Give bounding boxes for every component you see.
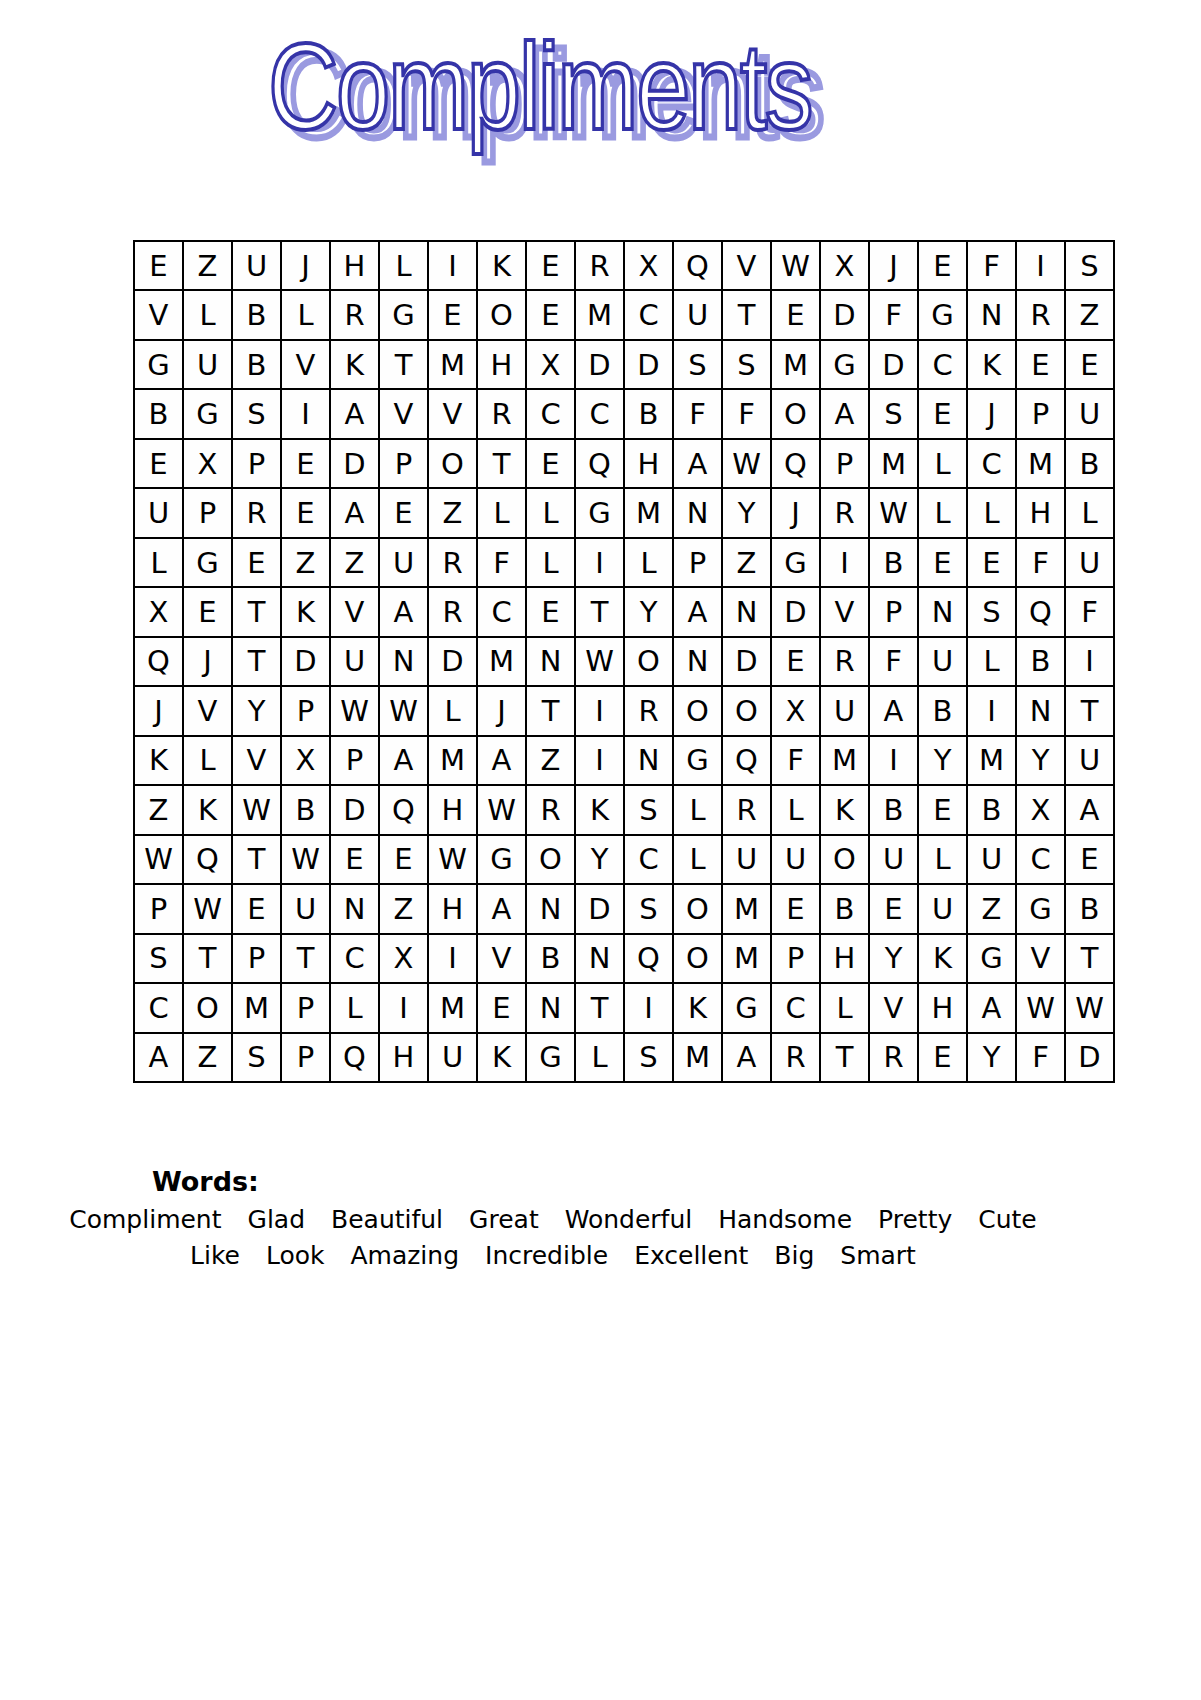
grid-cell[interactable]: B <box>1066 885 1113 932</box>
grid-cell[interactable]: B <box>135 390 182 437</box>
grid-cell[interactable]: I <box>429 242 476 289</box>
grid-cell[interactable]: W <box>870 489 917 536</box>
grid-cell[interactable]: E <box>919 390 966 437</box>
grid-cell[interactable]: W <box>233 786 280 833</box>
grid-cell[interactable]: Z <box>968 885 1015 932</box>
grid-cell[interactable]: S <box>625 1034 672 1081</box>
grid-cell[interactable]: X <box>282 737 329 784</box>
grid-cell[interactable]: K <box>478 1034 525 1081</box>
grid-cell[interactable]: I <box>576 539 623 586</box>
grid-cell[interactable]: I <box>968 687 1015 734</box>
grid-cell[interactable]: E <box>527 440 574 487</box>
grid-cell[interactable]: U <box>674 291 721 338</box>
grid-cell[interactable]: U <box>870 836 917 883</box>
grid-cell[interactable]: E <box>135 440 182 487</box>
grid-cell[interactable]: C <box>625 291 672 338</box>
grid-cell[interactable]: W <box>723 440 770 487</box>
grid-cell[interactable]: P <box>233 440 280 487</box>
grid-cell[interactable]: N <box>919 588 966 635</box>
grid-cell[interactable]: M <box>821 737 868 784</box>
grid-cell[interactable]: D <box>821 291 868 338</box>
grid-cell[interactable]: G <box>380 291 427 338</box>
grid-cell[interactable]: A <box>723 1034 770 1081</box>
grid-cell[interactable]: V <box>870 984 917 1031</box>
grid-cell[interactable]: C <box>625 836 672 883</box>
grid-cell[interactable]: V <box>1017 935 1064 982</box>
grid-cell[interactable]: Z <box>429 489 476 536</box>
grid-cell[interactable]: R <box>821 638 868 685</box>
grid-cell[interactable]: V <box>282 341 329 388</box>
grid-cell[interactable]: D <box>625 341 672 388</box>
grid-cell[interactable]: N <box>527 638 574 685</box>
grid-cell[interactable]: V <box>429 390 476 437</box>
grid-cell[interactable]: Z <box>282 539 329 586</box>
grid-cell[interactable]: G <box>674 737 721 784</box>
grid-cell[interactable]: X <box>527 341 574 388</box>
grid-cell[interactable]: F <box>1066 588 1113 635</box>
grid-cell[interactable]: Y <box>723 489 770 536</box>
grid-cell[interactable]: P <box>380 440 427 487</box>
grid-cell[interactable]: X <box>821 242 868 289</box>
grid-cell[interactable]: T <box>723 291 770 338</box>
grid-cell[interactable]: R <box>1017 291 1064 338</box>
grid-cell[interactable]: D <box>282 638 329 685</box>
grid-cell[interactable]: A <box>380 737 427 784</box>
grid-cell[interactable]: O <box>723 687 770 734</box>
grid-cell[interactable]: T <box>380 341 427 388</box>
grid-cell[interactable]: A <box>1066 786 1113 833</box>
grid-cell[interactable]: Y <box>919 737 966 784</box>
grid-cell[interactable]: B <box>1066 440 1113 487</box>
grid-cell[interactable]: Z <box>723 539 770 586</box>
grid-cell[interactable]: E <box>1017 341 1064 388</box>
grid-cell[interactable]: L <box>184 737 231 784</box>
grid-cell[interactable]: S <box>625 885 672 932</box>
grid-cell[interactable]: K <box>478 242 525 289</box>
grid-cell[interactable]: V <box>331 588 378 635</box>
grid-cell[interactable]: R <box>233 489 280 536</box>
grid-cell[interactable]: I <box>1066 638 1113 685</box>
grid-cell[interactable]: N <box>527 885 574 932</box>
grid-cell[interactable]: I <box>576 737 623 784</box>
grid-cell[interactable]: M <box>478 638 525 685</box>
grid-cell[interactable]: X <box>625 242 672 289</box>
grid-cell[interactable]: G <box>576 489 623 536</box>
grid-cell[interactable]: P <box>674 539 721 586</box>
grid-cell[interactable]: N <box>968 291 1015 338</box>
grid-cell[interactable]: N <box>576 935 623 982</box>
grid-cell[interactable]: K <box>674 984 721 1031</box>
grid-cell[interactable]: E <box>1066 341 1113 388</box>
grid-cell[interactable]: T <box>821 1034 868 1081</box>
grid-cell[interactable]: B <box>968 786 1015 833</box>
grid-cell[interactable]: A <box>331 489 378 536</box>
grid-cell[interactable]: R <box>331 291 378 338</box>
grid-cell[interactable]: O <box>821 836 868 883</box>
grid-cell[interactable]: Z <box>527 737 574 784</box>
grid-cell[interactable]: Q <box>184 836 231 883</box>
grid-cell[interactable]: K <box>184 786 231 833</box>
grid-cell[interactable]: Z <box>331 539 378 586</box>
grid-cell[interactable]: Y <box>870 935 917 982</box>
grid-cell[interactable]: P <box>282 1034 329 1081</box>
grid-cell[interactable]: E <box>919 786 966 833</box>
grid-cell[interactable]: I <box>821 539 868 586</box>
grid-cell[interactable]: L <box>919 489 966 536</box>
grid-cell[interactable]: K <box>821 786 868 833</box>
grid-cell[interactable]: R <box>429 588 476 635</box>
grid-cell[interactable]: Y <box>968 1034 1015 1081</box>
grid-cell[interactable]: V <box>821 588 868 635</box>
grid-cell[interactable]: N <box>674 638 721 685</box>
grid-cell[interactable]: O <box>625 638 672 685</box>
grid-cell[interactable]: H <box>478 341 525 388</box>
grid-cell[interactable]: H <box>429 786 476 833</box>
grid-cell[interactable]: F <box>968 242 1015 289</box>
grid-cell[interactable]: L <box>968 638 1015 685</box>
grid-cell[interactable]: G <box>478 836 525 883</box>
grid-cell[interactable]: S <box>233 390 280 437</box>
grid-cell[interactable]: Q <box>723 737 770 784</box>
grid-cell[interactable]: F <box>772 737 819 784</box>
grid-cell[interactable]: D <box>576 341 623 388</box>
grid-cell[interactable]: R <box>576 242 623 289</box>
grid-cell[interactable]: X <box>1017 786 1064 833</box>
grid-cell[interactable]: W <box>380 687 427 734</box>
grid-cell[interactable]: U <box>135 489 182 536</box>
grid-cell[interactable]: C <box>527 390 574 437</box>
grid-cell[interactable]: U <box>331 638 378 685</box>
grid-cell[interactable]: N <box>674 489 721 536</box>
grid-cell[interactable]: L <box>1066 489 1113 536</box>
grid-cell[interactable]: F <box>1017 1034 1064 1081</box>
grid-cell[interactable]: A <box>135 1034 182 1081</box>
grid-cell[interactable]: O <box>527 836 574 883</box>
grid-cell[interactable]: B <box>919 687 966 734</box>
grid-cell[interactable]: P <box>772 935 819 982</box>
grid-cell[interactable]: E <box>380 489 427 536</box>
grid-cell[interactable]: D <box>1066 1034 1113 1081</box>
grid-cell[interactable]: V <box>233 737 280 784</box>
grid-cell[interactable]: W <box>478 786 525 833</box>
grid-cell[interactable]: L <box>919 836 966 883</box>
grid-cell[interactable]: G <box>772 539 819 586</box>
grid-cell[interactable]: O <box>674 935 721 982</box>
grid-cell[interactable]: G <box>1017 885 1064 932</box>
grid-cell[interactable]: A <box>478 885 525 932</box>
grid-cell[interactable]: Y <box>233 687 280 734</box>
grid-cell[interactable]: A <box>478 737 525 784</box>
grid-cell[interactable]: P <box>135 885 182 932</box>
grid-cell[interactable]: S <box>723 341 770 388</box>
grid-cell[interactable]: V <box>478 935 525 982</box>
grid-cell[interactable]: K <box>919 935 966 982</box>
grid-cell[interactable]: C <box>331 935 378 982</box>
grid-cell[interactable]: D <box>576 885 623 932</box>
grid-cell[interactable]: J <box>772 489 819 536</box>
grid-cell[interactable]: L <box>919 440 966 487</box>
grid-cell[interactable]: C <box>576 390 623 437</box>
grid-cell[interactable]: L <box>527 489 574 536</box>
grid-cell[interactable]: F <box>870 291 917 338</box>
grid-cell[interactable]: E <box>478 984 525 1031</box>
grid-cell[interactable]: W <box>282 836 329 883</box>
grid-cell[interactable]: R <box>527 786 574 833</box>
grid-cell[interactable]: N <box>331 885 378 932</box>
grid-cell[interactable]: I <box>576 687 623 734</box>
grid-cell[interactable]: U <box>233 242 280 289</box>
grid-cell[interactable]: B <box>1017 638 1064 685</box>
grid-cell[interactable]: E <box>233 539 280 586</box>
grid-cell[interactable]: G <box>135 341 182 388</box>
grid-cell[interactable]: X <box>135 588 182 635</box>
grid-cell[interactable]: B <box>870 786 917 833</box>
grid-cell[interactable]: E <box>233 885 280 932</box>
grid-cell[interactable]: I <box>625 984 672 1031</box>
grid-cell[interactable]: Y <box>1017 737 1064 784</box>
grid-cell[interactable]: O <box>184 984 231 1031</box>
grid-cell[interactable]: Q <box>576 440 623 487</box>
grid-cell[interactable]: Q <box>1017 588 1064 635</box>
grid-cell[interactable]: U <box>1066 539 1113 586</box>
grid-cell[interactable]: E <box>772 885 819 932</box>
grid-cell[interactable]: T <box>478 440 525 487</box>
grid-cell[interactable]: M <box>576 291 623 338</box>
grid-cell[interactable]: A <box>674 588 721 635</box>
grid-cell[interactable]: P <box>870 588 917 635</box>
grid-cell[interactable]: G <box>723 984 770 1031</box>
grid-cell[interactable]: S <box>625 786 672 833</box>
grid-cell[interactable]: W <box>331 687 378 734</box>
grid-cell[interactable]: B <box>625 390 672 437</box>
grid-cell[interactable]: K <box>576 786 623 833</box>
grid-cell[interactable]: E <box>527 291 574 338</box>
grid-cell[interactable]: U <box>1066 737 1113 784</box>
grid-cell[interactable]: I <box>380 984 427 1031</box>
grid-cell[interactable]: L <box>135 539 182 586</box>
grid-cell[interactable]: F <box>1017 539 1064 586</box>
grid-cell[interactable]: U <box>184 341 231 388</box>
grid-cell[interactable]: A <box>380 588 427 635</box>
grid-cell[interactable]: K <box>968 341 1015 388</box>
grid-cell[interactable]: L <box>576 1034 623 1081</box>
grid-cell[interactable]: D <box>331 440 378 487</box>
grid-cell[interactable]: J <box>282 242 329 289</box>
grid-cell[interactable]: E <box>919 539 966 586</box>
grid-cell[interactable]: R <box>625 687 672 734</box>
grid-cell[interactable]: U <box>919 885 966 932</box>
grid-cell[interactable]: C <box>968 440 1015 487</box>
grid-cell[interactable]: T <box>282 935 329 982</box>
grid-cell[interactable]: N <box>723 588 770 635</box>
grid-cell[interactable]: P <box>282 984 329 1031</box>
grid-cell[interactable]: K <box>331 341 378 388</box>
grid-cell[interactable]: G <box>527 1034 574 1081</box>
grid-cell[interactable]: D <box>331 786 378 833</box>
grid-cell[interactable]: E <box>282 489 329 536</box>
grid-cell[interactable]: H <box>429 885 476 932</box>
grid-cell[interactable]: T <box>233 836 280 883</box>
grid-cell[interactable]: R <box>821 489 868 536</box>
grid-cell[interactable]: C <box>772 984 819 1031</box>
grid-cell[interactable]: W <box>135 836 182 883</box>
grid-cell[interactable]: I <box>870 737 917 784</box>
grid-cell[interactable]: J <box>478 687 525 734</box>
grid-cell[interactable]: V <box>184 687 231 734</box>
grid-cell[interactable]: O <box>772 390 819 437</box>
grid-cell[interactable]: X <box>184 440 231 487</box>
grid-cell[interactable]: E <box>919 1034 966 1081</box>
grid-cell[interactable]: X <box>380 935 427 982</box>
grid-cell[interactable]: E <box>1066 836 1113 883</box>
grid-cell[interactable]: M <box>674 1034 721 1081</box>
grid-cell[interactable]: M <box>772 341 819 388</box>
grid-cell[interactable]: U <box>968 836 1015 883</box>
grid-cell[interactable]: A <box>968 984 1015 1031</box>
grid-cell[interactable]: M <box>429 737 476 784</box>
grid-cell[interactable]: L <box>184 291 231 338</box>
grid-cell[interactable]: G <box>184 390 231 437</box>
grid-cell[interactable]: Q <box>772 440 819 487</box>
grid-cell[interactable]: N <box>1017 687 1064 734</box>
grid-cell[interactable]: T <box>576 984 623 1031</box>
grid-cell[interactable]: E <box>282 440 329 487</box>
grid-cell[interactable]: Z <box>184 242 231 289</box>
grid-cell[interactable]: E <box>135 242 182 289</box>
grid-cell[interactable]: L <box>478 489 525 536</box>
grid-cell[interactable]: G <box>184 539 231 586</box>
grid-cell[interactable]: M <box>429 984 476 1031</box>
grid-cell[interactable]: T <box>1066 687 1113 734</box>
grid-cell[interactable]: I <box>282 390 329 437</box>
grid-cell[interactable]: E <box>527 588 574 635</box>
grid-cell[interactable]: M <box>723 885 770 932</box>
grid-cell[interactable]: W <box>772 242 819 289</box>
grid-cell[interactable]: M <box>233 984 280 1031</box>
grid-cell[interactable]: G <box>821 341 868 388</box>
grid-cell[interactable]: M <box>625 489 672 536</box>
grid-cell[interactable]: E <box>184 588 231 635</box>
grid-cell[interactable]: M <box>723 935 770 982</box>
grid-cell[interactable]: C <box>135 984 182 1031</box>
grid-cell[interactable]: H <box>1017 489 1064 536</box>
grid-cell[interactable]: M <box>968 737 1015 784</box>
grid-cell[interactable]: V <box>723 242 770 289</box>
grid-cell[interactable]: J <box>184 638 231 685</box>
grid-cell[interactable]: B <box>233 341 280 388</box>
grid-cell[interactable]: H <box>919 984 966 1031</box>
grid-cell[interactable]: V <box>380 390 427 437</box>
grid-cell[interactable]: N <box>380 638 427 685</box>
grid-cell[interactable]: U <box>821 687 868 734</box>
grid-cell[interactable]: L <box>772 786 819 833</box>
grid-cell[interactable]: V <box>135 291 182 338</box>
grid-cell[interactable]: C <box>1017 836 1064 883</box>
grid-cell[interactable]: W <box>429 836 476 883</box>
grid-cell[interactable]: S <box>674 341 721 388</box>
grid-cell[interactable]: H <box>380 1034 427 1081</box>
grid-cell[interactable]: J <box>870 242 917 289</box>
grid-cell[interactable]: H <box>331 242 378 289</box>
grid-cell[interactable]: C <box>478 588 525 635</box>
grid-cell[interactable]: K <box>135 737 182 784</box>
grid-cell[interactable]: U <box>282 885 329 932</box>
grid-cell[interactable]: W <box>1066 984 1113 1031</box>
grid-cell[interactable]: H <box>821 935 868 982</box>
grid-cell[interactable]: P <box>184 489 231 536</box>
grid-cell[interactable]: I <box>1017 242 1064 289</box>
grid-cell[interactable]: W <box>1017 984 1064 1031</box>
grid-cell[interactable]: J <box>135 687 182 734</box>
grid-cell[interactable]: T <box>233 638 280 685</box>
grid-cell[interactable]: L <box>674 786 721 833</box>
grid-cell[interactable]: F <box>723 390 770 437</box>
grid-cell[interactable]: E <box>772 291 819 338</box>
grid-cell[interactable]: J <box>968 390 1015 437</box>
grid-cell[interactable]: L <box>527 539 574 586</box>
grid-cell[interactable]: E <box>870 885 917 932</box>
grid-cell[interactable]: L <box>821 984 868 1031</box>
grid-cell[interactable]: Z <box>135 786 182 833</box>
grid-cell[interactable]: B <box>821 885 868 932</box>
grid-cell[interactable]: E <box>968 539 1015 586</box>
grid-cell[interactable]: Z <box>380 885 427 932</box>
grid-cell[interactable]: A <box>674 440 721 487</box>
grid-cell[interactable]: Q <box>135 638 182 685</box>
grid-cell[interactable]: F <box>478 539 525 586</box>
grid-cell[interactable]: C <box>919 341 966 388</box>
grid-cell[interactable]: I <box>429 935 476 982</box>
grid-cell[interactable]: D <box>429 638 476 685</box>
grid-cell[interactable]: U <box>1066 390 1113 437</box>
grid-cell[interactable]: B <box>870 539 917 586</box>
grid-cell[interactable]: R <box>429 539 476 586</box>
grid-cell[interactable]: D <box>870 341 917 388</box>
grid-cell[interactable]: M <box>1017 440 1064 487</box>
grid-cell[interactable]: U <box>380 539 427 586</box>
grid-cell[interactable]: P <box>233 935 280 982</box>
grid-cell[interactable]: O <box>478 291 525 338</box>
grid-cell[interactable]: S <box>135 935 182 982</box>
grid-cell[interactable]: E <box>331 836 378 883</box>
grid-cell[interactable]: T <box>527 687 574 734</box>
grid-cell[interactable]: M <box>870 440 917 487</box>
grid-cell[interactable]: Z <box>1066 291 1113 338</box>
grid-cell[interactable]: L <box>331 984 378 1031</box>
grid-cell[interactable]: P <box>821 440 868 487</box>
grid-cell[interactable]: N <box>625 737 672 784</box>
grid-cell[interactable]: L <box>429 687 476 734</box>
grid-cell[interactable]: P <box>331 737 378 784</box>
grid-cell[interactable]: K <box>282 588 329 635</box>
grid-cell[interactable]: L <box>968 489 1015 536</box>
grid-cell[interactable]: E <box>429 291 476 338</box>
grid-cell[interactable]: Y <box>625 588 672 635</box>
grid-cell[interactable]: Q <box>625 935 672 982</box>
grid-cell[interactable]: O <box>674 885 721 932</box>
grid-cell[interactable]: B <box>233 291 280 338</box>
grid-cell[interactable]: Y <box>576 836 623 883</box>
grid-cell[interactable]: R <box>772 1034 819 1081</box>
grid-cell[interactable]: R <box>478 390 525 437</box>
grid-cell[interactable]: T <box>184 935 231 982</box>
grid-cell[interactable]: A <box>870 687 917 734</box>
grid-cell[interactable]: U <box>723 836 770 883</box>
grid-cell[interactable]: B <box>282 786 329 833</box>
grid-cell[interactable]: T <box>233 588 280 635</box>
grid-cell[interactable]: S <box>233 1034 280 1081</box>
grid-cell[interactable]: B <box>527 935 574 982</box>
